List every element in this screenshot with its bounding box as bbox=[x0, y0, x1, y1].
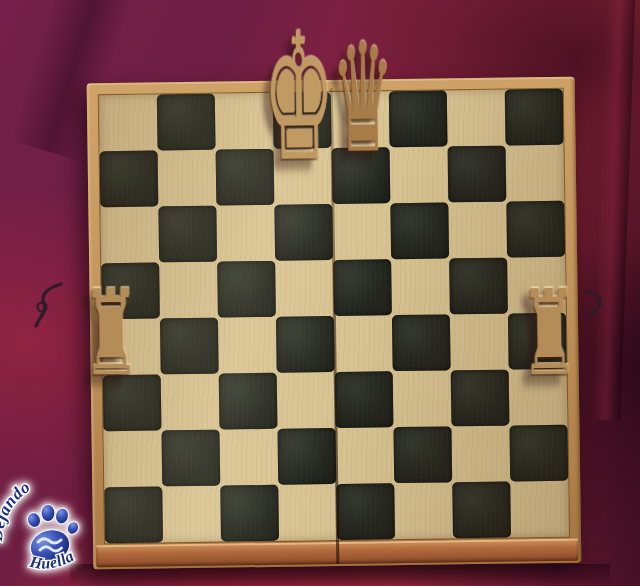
square-g8[interactable] bbox=[447, 90, 506, 147]
square-e4[interactable] bbox=[334, 315, 393, 372]
square-c5[interactable] bbox=[217, 261, 276, 318]
square-a8[interactable] bbox=[99, 94, 158, 151]
watermark-line1: Dejando bbox=[0, 477, 34, 543]
square-f8[interactable] bbox=[389, 90, 448, 147]
piece-white-queen-e8[interactable]: ♛ bbox=[330, 23, 395, 174]
square-b8[interactable] bbox=[157, 94, 216, 151]
square-h7[interactable] bbox=[506, 145, 565, 202]
square-b6[interactable] bbox=[158, 206, 217, 263]
square-b4[interactable] bbox=[160, 318, 219, 375]
square-d2[interactable] bbox=[277, 428, 336, 485]
chess-board: ♚♛♜♜ bbox=[87, 77, 582, 570]
square-g5[interactable] bbox=[449, 258, 508, 315]
square-e3[interactable] bbox=[335, 371, 394, 428]
square-d1[interactable] bbox=[278, 484, 337, 541]
square-e5[interactable] bbox=[333, 259, 392, 316]
square-b5[interactable] bbox=[159, 262, 218, 319]
piece-white-rook-h4[interactable]: ♜ bbox=[519, 273, 579, 392]
piece-white-king-d8[interactable]: ♚ bbox=[262, 9, 337, 185]
square-a6[interactable] bbox=[100, 206, 159, 263]
square-f6[interactable] bbox=[390, 202, 449, 259]
photo-scene: ♚♛♜♜ Dejando bbox=[0, 0, 640, 586]
square-h8[interactable] bbox=[505, 89, 564, 146]
square-f4[interactable] bbox=[392, 314, 451, 371]
left-latch-hook bbox=[30, 280, 66, 334]
square-h6[interactable] bbox=[506, 201, 565, 258]
square-h1[interactable] bbox=[510, 481, 569, 538]
square-c2[interactable] bbox=[219, 429, 278, 486]
square-d5[interactable] bbox=[275, 260, 334, 317]
square-g6[interactable] bbox=[448, 202, 507, 259]
square-b7[interactable] bbox=[158, 150, 217, 207]
square-b1[interactable] bbox=[162, 486, 221, 543]
fabric-fold-right bbox=[591, 0, 636, 420]
square-d6[interactable] bbox=[274, 204, 333, 261]
piece-white-rook-a4[interactable]: ♜ bbox=[81, 273, 141, 392]
right-latch-hook bbox=[584, 288, 608, 320]
square-e6[interactable] bbox=[332, 203, 391, 260]
square-e1[interactable] bbox=[336, 483, 395, 540]
square-d3[interactable] bbox=[277, 372, 336, 429]
square-e2[interactable] bbox=[335, 427, 394, 484]
square-g3[interactable] bbox=[451, 370, 510, 427]
square-c1[interactable] bbox=[220, 485, 279, 542]
square-g2[interactable] bbox=[451, 426, 510, 483]
square-c6[interactable] bbox=[216, 205, 275, 262]
square-f5[interactable] bbox=[391, 258, 450, 315]
square-d4[interactable] bbox=[276, 316, 335, 373]
square-b3[interactable] bbox=[161, 374, 220, 431]
square-f3[interactable] bbox=[393, 370, 452, 427]
svg-text:Dejando: Dejando bbox=[0, 477, 34, 543]
square-f2[interactable] bbox=[393, 426, 452, 483]
square-f1[interactable] bbox=[394, 482, 453, 539]
square-b2[interactable] bbox=[161, 430, 220, 487]
square-a7[interactable] bbox=[100, 150, 159, 207]
square-g1[interactable] bbox=[452, 482, 511, 539]
square-g7[interactable] bbox=[448, 146, 507, 203]
watermark-logo: Dejando Huella bbox=[0, 442, 118, 586]
square-f7[interactable] bbox=[390, 146, 449, 203]
square-g4[interactable] bbox=[450, 314, 509, 371]
square-h2[interactable] bbox=[509, 425, 568, 482]
square-c4[interactable] bbox=[218, 317, 277, 374]
square-c3[interactable] bbox=[219, 373, 278, 430]
